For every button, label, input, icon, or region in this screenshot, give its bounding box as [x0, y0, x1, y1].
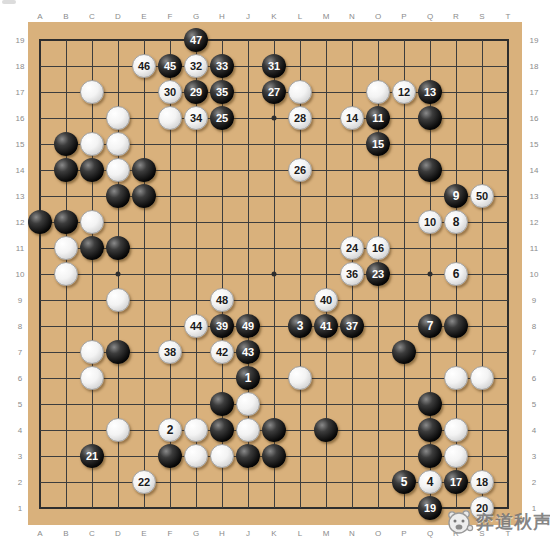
column-label: T [506, 12, 511, 21]
grid-line-vertical [404, 40, 405, 508]
stone-black-K4 [262, 418, 286, 442]
column-label: J [246, 12, 250, 21]
move-number: 25 [216, 113, 228, 124]
stone-white-C6 [80, 366, 104, 390]
stone-black-M4 [314, 418, 338, 442]
stone-white-F16 [158, 106, 182, 130]
move-number: 17 [450, 477, 462, 488]
column-label: S [479, 12, 484, 21]
row-label: 18 [530, 62, 539, 71]
stone-white-L17 [288, 80, 312, 104]
stone-black-F18: 45 [158, 54, 182, 78]
stone-white-R12: 8 [444, 210, 468, 234]
stone-black-B15 [54, 132, 78, 156]
move-number: 29 [190, 87, 202, 98]
column-label: D [115, 529, 121, 538]
move-number: 14 [346, 113, 358, 124]
stone-black-H4 [210, 418, 234, 442]
column-label: B [63, 12, 68, 21]
row-label: 5 [18, 400, 22, 409]
stone-black-D11 [106, 236, 130, 260]
column-label: R [453, 12, 459, 21]
stone-white-G4 [184, 418, 208, 442]
stone-white-R10: 6 [444, 262, 468, 286]
stone-black-A12 [28, 210, 52, 234]
stone-white-G8: 44 [184, 314, 208, 338]
column-label: M [323, 12, 330, 21]
stone-white-D9 [106, 288, 130, 312]
stone-white-S2: 18 [470, 470, 494, 494]
stone-black-D13 [106, 184, 130, 208]
column-label: E [141, 12, 146, 21]
move-number: 5 [401, 476, 408, 488]
stone-white-S13: 50 [470, 184, 494, 208]
stone-black-R13: 9 [444, 184, 468, 208]
stone-black-G17: 29 [184, 80, 208, 104]
stone-white-G18: 32 [184, 54, 208, 78]
stone-black-D7 [106, 340, 130, 364]
row-label: 4 [18, 426, 22, 435]
row-label: 12 [16, 218, 25, 227]
stone-black-O10: 23 [366, 262, 390, 286]
row-label: 13 [530, 192, 539, 201]
row-label: 17 [16, 88, 25, 97]
row-label: 3 [18, 452, 22, 461]
stone-black-H18: 33 [210, 54, 234, 78]
row-label: 6 [18, 374, 22, 383]
column-label: K [271, 12, 276, 21]
column-label: M [323, 529, 330, 538]
stone-white-H9: 48 [210, 288, 234, 312]
move-number: 50 [476, 191, 488, 202]
stone-black-O16: 11 [366, 106, 390, 130]
column-label: L [298, 12, 302, 21]
column-label: G [193, 12, 199, 21]
move-number: 41 [320, 321, 332, 332]
move-number: 10 [424, 217, 436, 228]
column-label: E [141, 529, 146, 538]
stone-black-Q17: 13 [418, 80, 442, 104]
column-label: F [168, 529, 173, 538]
stone-black-R2: 17 [444, 470, 468, 494]
move-number: 18 [476, 477, 488, 488]
stone-black-Q14 [418, 158, 442, 182]
row-label: 18 [16, 62, 25, 71]
row-label: 4 [532, 426, 536, 435]
stone-white-E18: 46 [132, 54, 156, 78]
stone-white-B11 [54, 236, 78, 260]
stone-white-O17 [366, 80, 390, 104]
stone-black-K17: 27 [262, 80, 286, 104]
move-number: 43 [242, 347, 254, 358]
column-label: D [115, 12, 121, 21]
row-label: 14 [16, 166, 25, 175]
stone-black-E13 [132, 184, 156, 208]
stone-white-Q2: 4 [418, 470, 442, 494]
stone-white-C17 [80, 80, 104, 104]
stone-white-J5 [236, 392, 260, 416]
move-number: 36 [346, 269, 358, 280]
row-label: 7 [532, 348, 536, 357]
stone-white-C12 [80, 210, 104, 234]
move-number: 47 [190, 35, 202, 46]
top-left-artifact [2, 0, 16, 4]
row-label: 7 [18, 348, 22, 357]
stone-black-H16: 25 [210, 106, 234, 130]
column-label: B [63, 529, 68, 538]
stone-white-L16: 28 [288, 106, 312, 130]
move-number: 26 [294, 165, 306, 176]
move-number: 48 [216, 295, 228, 306]
stone-white-C15 [80, 132, 104, 156]
move-number: 6 [453, 268, 460, 280]
move-number: 42 [216, 347, 228, 358]
row-label: 12 [530, 218, 539, 227]
stone-black-G19: 47 [184, 28, 208, 52]
move-number: 30 [164, 87, 176, 98]
move-number: 38 [164, 347, 176, 358]
move-number: 27 [268, 87, 280, 98]
move-number: 3 [297, 320, 304, 332]
row-label: 9 [18, 296, 22, 305]
move-number: 21 [86, 451, 98, 462]
stone-black-H17: 35 [210, 80, 234, 104]
stone-black-N8: 37 [340, 314, 364, 338]
watermark: 弈道秋声 [446, 508, 550, 536]
stone-white-R3 [444, 444, 468, 468]
row-label: 10 [530, 270, 539, 279]
stone-white-G3 [184, 444, 208, 468]
grid-line-vertical [482, 40, 483, 508]
move-number: 46 [138, 61, 150, 72]
stone-black-Q4 [418, 418, 442, 442]
stone-white-F17: 30 [158, 80, 182, 104]
stone-black-Q8: 7 [418, 314, 442, 338]
row-label: 2 [18, 478, 22, 487]
stone-white-R4 [444, 418, 468, 442]
column-label: A [37, 529, 42, 538]
move-number: 39 [216, 321, 228, 332]
move-number: 31 [268, 61, 280, 72]
stone-black-P2: 5 [392, 470, 416, 494]
watermark-text: 弈道秋声 [476, 510, 550, 534]
stone-black-L8: 3 [288, 314, 312, 338]
column-label: H [219, 529, 225, 538]
move-number: 34 [190, 113, 202, 124]
column-label: N [349, 529, 355, 538]
stone-black-E14 [132, 158, 156, 182]
column-label: O [375, 12, 381, 21]
row-label: 3 [532, 452, 536, 461]
column-label: A [37, 12, 42, 21]
stone-black-M8: 41 [314, 314, 338, 338]
column-label: K [271, 529, 276, 538]
stone-white-C7 [80, 340, 104, 364]
row-label: 19 [530, 36, 539, 45]
stone-black-Q1: 19 [418, 496, 442, 520]
row-label: 11 [16, 244, 24, 253]
star-point [272, 116, 277, 121]
column-label: C [89, 529, 95, 538]
row-label: 5 [532, 400, 536, 409]
stone-black-J3 [236, 444, 260, 468]
stone-black-R8 [444, 314, 468, 338]
column-label: Q [427, 12, 433, 21]
move-number: 45 [164, 61, 176, 72]
go-diagram: 弈道秋声 AABBCCDDEEFFGGHHJJKKLLMMNNOOPPQQRRS… [0, 0, 550, 550]
move-number: 33 [216, 61, 228, 72]
row-label: 9 [532, 296, 536, 305]
column-label: P [401, 529, 406, 538]
stone-white-D15 [106, 132, 130, 156]
stone-white-J4 [236, 418, 260, 442]
move-number: 11 [372, 113, 384, 124]
move-number: 19 [424, 503, 436, 514]
stone-black-K3 [262, 444, 286, 468]
move-number: 8 [453, 216, 460, 228]
stone-black-C14 [80, 158, 104, 182]
column-label: L [298, 529, 302, 538]
stone-black-P7 [392, 340, 416, 364]
move-number: 9 [453, 190, 460, 202]
stone-white-F4: 2 [158, 418, 182, 442]
move-number: 32 [190, 61, 202, 72]
move-number: 4 [427, 476, 434, 488]
row-label: 8 [532, 322, 536, 331]
stone-black-B14 [54, 158, 78, 182]
row-label: 16 [530, 114, 539, 123]
star-point [272, 272, 277, 277]
stone-white-D16 [106, 106, 130, 130]
stone-white-L6 [288, 366, 312, 390]
move-number: 12 [398, 87, 410, 98]
column-label: J [246, 529, 250, 538]
stone-black-B12 [54, 210, 78, 234]
stone-white-H7: 42 [210, 340, 234, 364]
stone-black-J8: 49 [236, 314, 260, 338]
stone-white-R6 [444, 366, 468, 390]
move-number: 1 [245, 372, 252, 384]
stone-white-O11: 16 [366, 236, 390, 260]
column-label: F [168, 12, 173, 21]
stone-white-H3 [210, 444, 234, 468]
stone-black-H5 [210, 392, 234, 416]
stone-black-Q3 [418, 444, 442, 468]
stone-white-G16: 34 [184, 106, 208, 130]
row-label: 2 [532, 478, 536, 487]
move-number: 22 [138, 477, 150, 488]
column-label: P [401, 12, 406, 21]
stone-white-N16: 14 [340, 106, 364, 130]
column-label: G [193, 529, 199, 538]
grid-line-horizontal [40, 378, 508, 379]
move-number: 44 [190, 321, 202, 332]
stone-white-S6 [470, 366, 494, 390]
column-label: H [219, 12, 225, 21]
star-point [116, 272, 121, 277]
stone-white-L14: 26 [288, 158, 312, 182]
row-label: 16 [16, 114, 25, 123]
row-label: 8 [18, 322, 22, 331]
move-number: 2 [167, 424, 174, 436]
row-label: 1 [18, 504, 22, 513]
stone-white-D4 [106, 418, 130, 442]
column-label: Q [427, 529, 433, 538]
stone-white-D14 [106, 158, 130, 182]
stone-black-Q5 [418, 392, 442, 416]
column-label: O [375, 529, 381, 538]
stone-white-M9: 40 [314, 288, 338, 312]
move-number: 35 [216, 87, 228, 98]
column-label: N [349, 12, 355, 21]
row-label: 6 [532, 374, 536, 383]
move-number: 7 [427, 320, 434, 332]
row-label: 17 [530, 88, 539, 97]
move-number: 15 [372, 139, 384, 150]
row-label: 15 [530, 140, 539, 149]
move-number: 40 [320, 295, 332, 306]
stone-white-N11: 24 [340, 236, 364, 260]
stone-black-F3 [158, 444, 182, 468]
row-label: 10 [16, 270, 25, 279]
stone-black-C11 [80, 236, 104, 260]
move-number: 37 [346, 321, 358, 332]
stone-white-F7: 38 [158, 340, 182, 364]
stone-white-Q12: 10 [418, 210, 442, 234]
stone-black-J6: 1 [236, 366, 260, 390]
stone-black-O15: 15 [366, 132, 390, 156]
row-label: 11 [530, 244, 538, 253]
stone-black-C3: 21 [80, 444, 104, 468]
stone-white-E2: 22 [132, 470, 156, 494]
panda-face-icon [446, 508, 474, 536]
row-label: 15 [16, 140, 25, 149]
stone-black-H8: 39 [210, 314, 234, 338]
row-label: 13 [16, 192, 25, 201]
star-point [428, 272, 433, 277]
move-number: 28 [294, 113, 306, 124]
move-number: 23 [372, 269, 384, 280]
stone-black-Q16 [418, 106, 442, 130]
row-label: 14 [530, 166, 539, 175]
stone-black-K18: 31 [262, 54, 286, 78]
stone-white-B10 [54, 262, 78, 286]
move-number: 24 [346, 243, 358, 254]
stone-white-P17: 12 [392, 80, 416, 104]
row-label: 19 [16, 36, 25, 45]
stone-black-J7: 43 [236, 340, 260, 364]
stone-white-N10: 36 [340, 262, 364, 286]
move-number: 16 [372, 243, 384, 254]
move-number: 49 [242, 321, 254, 332]
column-label: C [89, 12, 95, 21]
move-number: 13 [424, 87, 436, 98]
